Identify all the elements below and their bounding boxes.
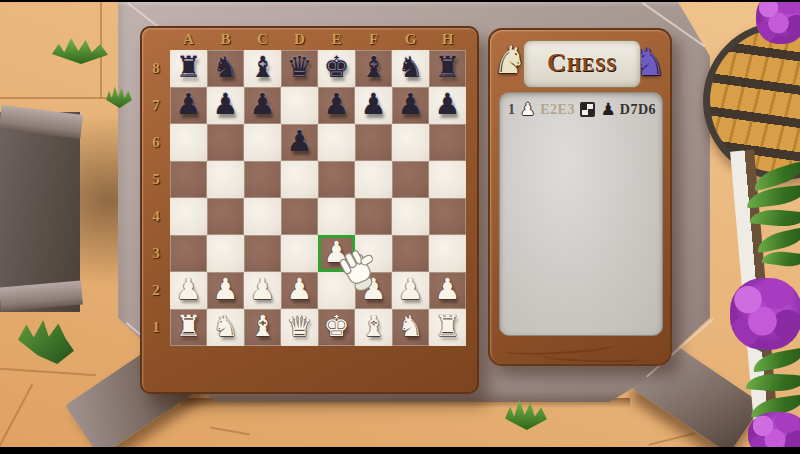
square-c5[interactable]	[244, 161, 281, 198]
rank-label-8: 8	[142, 50, 170, 87]
white-piece-a2: ♟	[170, 270, 207, 307]
square-e8[interactable]: ♚	[318, 50, 355, 87]
black-piece-f8: ♝	[355, 48, 392, 85]
square-c2[interactable]: ♟	[244, 272, 281, 309]
hand-cursor[interactable]	[332, 246, 378, 298]
square-b2[interactable]: ♟	[207, 272, 244, 309]
square-d3[interactable]	[281, 235, 318, 272]
file-labels: ABCDEFGH	[170, 28, 466, 50]
square-g1[interactable]: ♞	[392, 309, 429, 346]
white-piece-h1: ♜	[429, 307, 466, 344]
white-piece-b2: ♟	[207, 270, 244, 307]
square-b1[interactable]: ♞	[207, 309, 244, 346]
square-h4[interactable]	[429, 198, 466, 235]
aloe-leaf	[761, 250, 800, 269]
square-g8[interactable]: ♞	[392, 50, 429, 87]
black-piece-h8: ♜	[429, 48, 466, 85]
white-piece-g2: ♟	[392, 270, 429, 307]
rank-labels: 87654321	[142, 50, 170, 346]
rank-label-4: 4	[142, 198, 170, 235]
white-piece-e1: ♚	[318, 307, 355, 344]
square-g2[interactable]: ♟	[392, 272, 429, 309]
square-f7[interactable]: ♟	[355, 87, 392, 124]
sand-tile-line	[0, 384, 33, 450]
black-piece-e8: ♚	[318, 48, 355, 85]
square-d7[interactable]	[281, 87, 318, 124]
square-h1[interactable]: ♜	[429, 309, 466, 346]
sand-crack	[648, 432, 695, 446]
square-f1[interactable]: ♝	[355, 309, 392, 346]
square-a8[interactable]: ♜	[170, 50, 207, 87]
board-squares: ♜♞♝♛♚♝♞♜♟♟♟♟♟♟♟♟♟♟♟♟♟♟♟♟♜♞♝♛♚♝♞♜	[170, 50, 466, 346]
square-g3[interactable]	[392, 235, 429, 272]
white-knight-icon: ♞	[493, 40, 527, 80]
sand-tile-line	[0, 368, 96, 377]
file-label-a: A	[170, 28, 207, 50]
game-title: Chess	[524, 41, 640, 85]
square-f4[interactable]	[355, 198, 392, 235]
black-piece-c7: ♟	[244, 85, 281, 122]
wood-grain	[540, 350, 640, 363]
square-g4[interactable]	[392, 198, 429, 235]
white-piece-h2: ♟	[429, 270, 466, 307]
rank-label-2: 2	[142, 272, 170, 309]
black-piece-e7: ♟	[318, 85, 355, 122]
fern-plant	[18, 320, 74, 364]
file-label-h: H	[429, 28, 466, 50]
square-b3[interactable]	[207, 235, 244, 272]
board-flip-icon	[580, 102, 595, 117]
square-a4[interactable]	[170, 198, 207, 235]
black-piece-a8: ♜	[170, 48, 207, 85]
square-e7[interactable]: ♟	[318, 87, 355, 124]
white-piece-d1: ♛	[281, 307, 318, 344]
rank-label-1: 1	[142, 309, 170, 346]
file-label-e: E	[318, 28, 355, 50]
rank-label-5: 5	[142, 161, 170, 198]
black-piece-c8: ♝	[244, 48, 281, 85]
white-piece-b1: ♞	[207, 307, 244, 344]
square-e1[interactable]: ♚	[318, 309, 355, 346]
chess-board: ABCDEFGH 87654321 ♜♞♝♛♚♝♞♜♟♟♟♟♟♟♟♟♟♟♟♟♟♟…	[140, 26, 479, 394]
black-piece-g7: ♟	[392, 85, 429, 122]
square-d2[interactable]: ♟	[281, 272, 318, 309]
square-g6[interactable]	[392, 124, 429, 161]
file-label-b: B	[207, 28, 244, 50]
side-panel: ♞ ♞ Chess 1 ♟ E2E3 ♟ D7D6	[488, 28, 672, 366]
square-c4[interactable]	[244, 198, 281, 235]
black-piece-b7: ♟	[207, 85, 244, 122]
square-b7[interactable]: ♟	[207, 87, 244, 124]
move-list-panel: 1 ♟ E2E3 ♟ D7D6	[499, 92, 663, 336]
square-a2[interactable]: ♟	[170, 272, 207, 309]
white-piece-c1: ♝	[244, 307, 281, 344]
black-piece-g8: ♞	[392, 48, 429, 85]
file-label-d: D	[281, 28, 318, 50]
black-piece-f7: ♟	[355, 85, 392, 122]
purple-flowers	[730, 278, 800, 350]
black-move-text: D7D6	[620, 102, 656, 118]
rank-label-3: 3	[142, 235, 170, 272]
file-label-c: C	[244, 28, 281, 50]
black-piece-b8: ♞	[207, 48, 244, 85]
square-g5[interactable]	[392, 161, 429, 198]
game-scene: ABCDEFGH 87654321 ♜♞♝♛♚♝♞♜♟♟♟♟♟♟♟♟♟♟♟♟♟♟…	[0, 0, 800, 454]
white-piece-a1: ♜	[170, 307, 207, 344]
white-piece-f1: ♝	[355, 307, 392, 344]
rank-label-6: 6	[142, 124, 170, 161]
square-e5[interactable]	[318, 161, 355, 198]
white-move-text: E2E3	[540, 102, 575, 118]
square-c1[interactable]: ♝	[244, 309, 281, 346]
white-piece-c2: ♟	[244, 270, 281, 307]
square-h3[interactable]	[429, 235, 466, 272]
move-list-row: 1 ♟ E2E3 ♟ D7D6	[500, 93, 662, 118]
square-h2[interactable]: ♟	[429, 272, 466, 309]
square-c7[interactable]: ♟	[244, 87, 281, 124]
square-h7[interactable]: ♟	[429, 87, 466, 124]
square-d8[interactable]: ♛	[281, 50, 318, 87]
square-h5[interactable]	[429, 161, 466, 198]
file-label-g: G	[392, 28, 429, 50]
square-b6[interactable]	[207, 124, 244, 161]
square-a1[interactable]: ♜	[170, 309, 207, 346]
square-e6[interactable]	[318, 124, 355, 161]
square-a5[interactable]	[170, 161, 207, 198]
move-number: 1	[508, 102, 515, 118]
sand-crack	[210, 427, 250, 436]
black-piece-d6: ♟	[281, 122, 318, 159]
square-c8[interactable]: ♝	[244, 50, 281, 87]
square-b4[interactable]	[207, 198, 244, 235]
file-label-f: F	[355, 28, 392, 50]
square-d1[interactable]: ♛	[281, 309, 318, 346]
black-pawn-icon: ♟	[601, 101, 616, 118]
black-piece-a7: ♟	[170, 85, 207, 122]
square-f8[interactable]: ♝	[355, 50, 392, 87]
square-d6[interactable]: ♟	[281, 124, 318, 161]
square-g7[interactable]: ♟	[392, 87, 429, 124]
square-c3[interactable]	[244, 235, 281, 272]
square-e4[interactable]	[318, 198, 355, 235]
black-piece-h7: ♟	[429, 85, 466, 122]
square-b5[interactable]	[207, 161, 244, 198]
square-f5[interactable]	[355, 161, 392, 198]
square-f6[interactable]	[355, 124, 392, 161]
square-d5[interactable]	[281, 161, 318, 198]
rank-label-7: 7	[142, 87, 170, 124]
square-b8[interactable]: ♞	[207, 50, 244, 87]
white-piece-d2: ♟	[281, 270, 318, 307]
black-piece-d8: ♛	[281, 48, 318, 85]
square-h6[interactable]	[429, 124, 466, 161]
square-c6[interactable]	[244, 124, 281, 161]
square-a7[interactable]: ♟	[170, 87, 207, 124]
letterbox-bar	[0, 447, 800, 454]
white-pawn-icon: ♟	[520, 101, 535, 118]
square-a6[interactable]	[170, 124, 207, 161]
purple-flowers	[756, 0, 800, 44]
square-h8[interactable]: ♜	[429, 50, 466, 87]
title-plaque: Chess	[523, 40, 641, 88]
letterbox-bar	[0, 0, 800, 2]
square-a3[interactable]	[170, 235, 207, 272]
white-piece-g1: ♞	[392, 307, 429, 344]
square-d4[interactable]	[281, 198, 318, 235]
